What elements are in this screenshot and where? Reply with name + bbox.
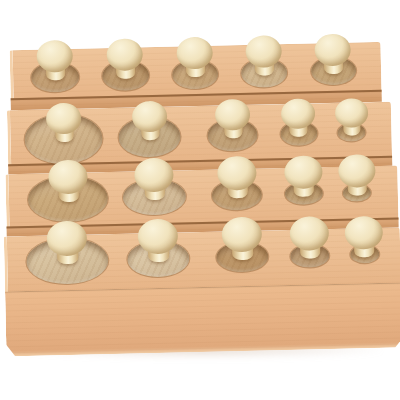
knob-sphere (221, 217, 262, 253)
knob-sphere (48, 160, 88, 195)
cylinder-knob-r4c1[interactable] (46, 221, 87, 265)
cylinder-knob-r1c1[interactable] (36, 40, 73, 81)
knob-sphere (134, 158, 174, 193)
cylinder-knob-r4c3[interactable] (221, 217, 262, 261)
knob-sphere (338, 154, 376, 188)
cylinder-knob-r4c2[interactable] (137, 219, 178, 263)
cylinder-knob-r3c5[interactable] (338, 154, 376, 196)
cylinder-knob-r4c5[interactable] (344, 216, 383, 258)
cylinder-knob-r2c4[interactable] (281, 98, 316, 137)
block-front-face (5, 282, 400, 356)
cylinder-knob-r1c2[interactable] (106, 38, 143, 79)
scene (0, 0, 400, 400)
knob-sphere (45, 103, 81, 135)
cylinder-knob-r3c3[interactable] (217, 156, 257, 199)
knob-sphere (245, 35, 282, 68)
knob-sphere (214, 99, 250, 131)
knob-sphere (334, 98, 368, 128)
knob-sphere (137, 219, 178, 255)
cylinder-knob-r1c5[interactable] (314, 34, 351, 75)
knob-sphere (281, 98, 316, 129)
knob-sphere (217, 156, 257, 191)
knob-sphere (106, 38, 143, 71)
knob-sphere (284, 155, 323, 189)
knob-sphere (131, 101, 167, 133)
knob-sphere (46, 221, 87, 257)
knob-sphere (176, 37, 213, 70)
cylinder-knob-r2c1[interactable] (45, 103, 81, 143)
cylinder-knob-r2c5[interactable] (334, 98, 368, 136)
cylinder-knob-r3c4[interactable] (284, 155, 323, 197)
cylinder-knob-r3c1[interactable] (48, 160, 88, 203)
cylinder-block-set (0, 0, 400, 400)
knob-sphere (314, 34, 351, 67)
knob-sphere (289, 216, 329, 251)
cylinder-knob-r2c2[interactable] (131, 101, 167, 141)
cylinder-knob-r1c3[interactable] (176, 37, 213, 78)
cylinder-knob-r1c4[interactable] (245, 35, 282, 76)
knob-sphere (344, 216, 383, 250)
knob-sphere (36, 40, 73, 73)
cylinder-knob-r4c4[interactable] (289, 216, 329, 259)
cylinder-knob-r2c3[interactable] (214, 99, 250, 139)
cylinder-knob-r3c2[interactable] (134, 158, 174, 201)
